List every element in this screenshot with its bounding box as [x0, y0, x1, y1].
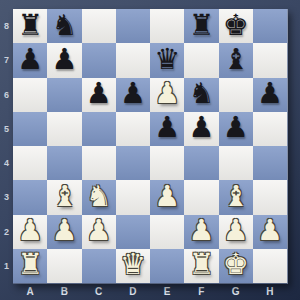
square-a1[interactable]: ♜: [13, 249, 47, 283]
square-e6[interactable]: ♟: [150, 78, 184, 112]
white-pawn: ♟: [86, 216, 112, 245]
square-e3[interactable]: ♟: [150, 180, 184, 214]
square-d6[interactable]: ♟: [116, 78, 150, 112]
white-bishop: ♝: [223, 182, 249, 211]
white-bishop: ♝: [51, 182, 77, 211]
square-d4[interactable]: [116, 146, 150, 180]
chess-diagram-frame: 87654321 ABCDEFGH ♜♞♜♚♟♟♛♝♟♟♟♞♟♟♟♟♝♞♟♝♟♟…: [0, 0, 300, 300]
square-c7[interactable]: [82, 43, 116, 77]
square-f2[interactable]: ♟: [184, 215, 218, 249]
square-g3[interactable]: ♝: [219, 180, 253, 214]
square-b5[interactable]: [47, 112, 81, 146]
white-pawn: ♟: [51, 216, 77, 245]
file-label-g: G: [219, 283, 253, 300]
black-queen: ♛: [154, 45, 180, 74]
square-a5[interactable]: [13, 112, 47, 146]
white-king: ♚: [223, 250, 249, 279]
black-king: ♚: [223, 11, 249, 40]
square-h2[interactable]: ♟: [253, 215, 287, 249]
white-rook: ♜: [188, 250, 214, 279]
black-pawn: ♟: [223, 113, 249, 142]
rank-label-2: 2: [0, 215, 13, 249]
square-d1[interactable]: ♛: [116, 249, 150, 283]
rank-label-7: 7: [0, 43, 13, 77]
square-f8[interactable]: ♜: [184, 9, 218, 43]
rank-label-6: 6: [0, 78, 13, 112]
file-label-d: D: [116, 283, 150, 300]
file-label-a: A: [13, 283, 47, 300]
black-pawn: ♟: [120, 79, 146, 108]
black-pawn: ♟: [188, 113, 214, 142]
square-d5[interactable]: [116, 112, 150, 146]
white-rook: ♜: [17, 250, 43, 279]
rank-label-8: 8: [0, 9, 13, 43]
square-f3[interactable]: [184, 180, 218, 214]
chess-board: ♜♞♜♚♟♟♛♝♟♟♟♞♟♟♟♟♝♞♟♝♟♟♟♟♟♟♜♛♜♚: [13, 9, 288, 284]
white-queen: ♛: [120, 250, 146, 279]
square-f5[interactable]: ♟: [184, 112, 218, 146]
rank-label-5: 5: [0, 112, 13, 146]
white-pawn: ♟: [17, 216, 43, 245]
square-c4[interactable]: [82, 146, 116, 180]
square-g6[interactable]: [219, 78, 253, 112]
square-g5[interactable]: ♟: [219, 112, 253, 146]
square-f4[interactable]: [184, 146, 218, 180]
square-h1[interactable]: [253, 249, 287, 283]
black-rook: ♜: [188, 11, 214, 40]
black-rook: ♜: [17, 11, 43, 40]
square-e2[interactable]: [150, 215, 184, 249]
white-knight: ♞: [86, 182, 112, 211]
white-pawn: ♟: [188, 216, 214, 245]
square-g8[interactable]: ♚: [219, 9, 253, 43]
file-label-e: E: [150, 283, 184, 300]
square-a4[interactable]: [13, 146, 47, 180]
square-b8[interactable]: ♞: [47, 9, 81, 43]
square-h7[interactable]: [253, 43, 287, 77]
square-c6[interactable]: ♟: [82, 78, 116, 112]
square-b4[interactable]: [47, 146, 81, 180]
square-d2[interactable]: [116, 215, 150, 249]
square-g1[interactable]: ♚: [219, 249, 253, 283]
black-pawn: ♟: [17, 45, 43, 74]
square-b1[interactable]: [47, 249, 81, 283]
square-a8[interactable]: ♜: [13, 9, 47, 43]
white-pawn: ♟: [257, 216, 283, 245]
square-g7[interactable]: ♝: [219, 43, 253, 77]
square-g2[interactable]: ♟: [219, 215, 253, 249]
square-f7[interactable]: [184, 43, 218, 77]
square-f6[interactable]: ♞: [184, 78, 218, 112]
square-b3[interactable]: ♝: [47, 180, 81, 214]
file-label-b: B: [47, 283, 81, 300]
white-pawn: ♟: [154, 182, 180, 211]
square-a2[interactable]: ♟: [13, 215, 47, 249]
square-e8[interactable]: [150, 9, 184, 43]
square-c8[interactable]: [82, 9, 116, 43]
white-pawn: ♟: [223, 216, 249, 245]
black-pawn: ♟: [86, 79, 112, 108]
square-h4[interactable]: [253, 146, 287, 180]
square-c2[interactable]: ♟: [82, 215, 116, 249]
square-h3[interactable]: [253, 180, 287, 214]
square-h6[interactable]: ♟: [253, 78, 287, 112]
rank-label-1: 1: [0, 249, 13, 283]
square-b6[interactable]: [47, 78, 81, 112]
square-d7[interactable]: [116, 43, 150, 77]
square-c5[interactable]: [82, 112, 116, 146]
square-e4[interactable]: [150, 146, 184, 180]
black-pawn: ♟: [257, 79, 283, 108]
square-d3[interactable]: [116, 180, 150, 214]
black-bishop: ♝: [223, 45, 249, 74]
square-e1[interactable]: [150, 249, 184, 283]
square-d8[interactable]: [116, 9, 150, 43]
square-h8[interactable]: [253, 9, 287, 43]
square-a7[interactable]: ♟: [13, 43, 47, 77]
white-pawn: ♟: [154, 79, 180, 108]
square-e7[interactable]: ♛: [150, 43, 184, 77]
square-h5[interactable]: [253, 112, 287, 146]
rank-label-3: 3: [0, 180, 13, 214]
file-label-h: H: [253, 283, 287, 300]
black-pawn: ♟: [154, 113, 180, 142]
file-label-c: C: [82, 283, 116, 300]
file-label-f: F: [184, 283, 218, 300]
square-b7[interactable]: ♟: [47, 43, 81, 77]
square-g4[interactable]: [219, 146, 253, 180]
square-c3[interactable]: ♞: [82, 180, 116, 214]
square-e5[interactable]: ♟: [150, 112, 184, 146]
square-f1[interactable]: ♜: [184, 249, 218, 283]
black-pawn: ♟: [51, 45, 77, 74]
black-knight: ♞: [51, 11, 77, 40]
square-b2[interactable]: ♟: [47, 215, 81, 249]
square-a3[interactable]: [13, 180, 47, 214]
black-knight: ♞: [188, 79, 214, 108]
square-a6[interactable]: [13, 78, 47, 112]
square-c1[interactable]: [82, 249, 116, 283]
rank-label-4: 4: [0, 146, 13, 180]
